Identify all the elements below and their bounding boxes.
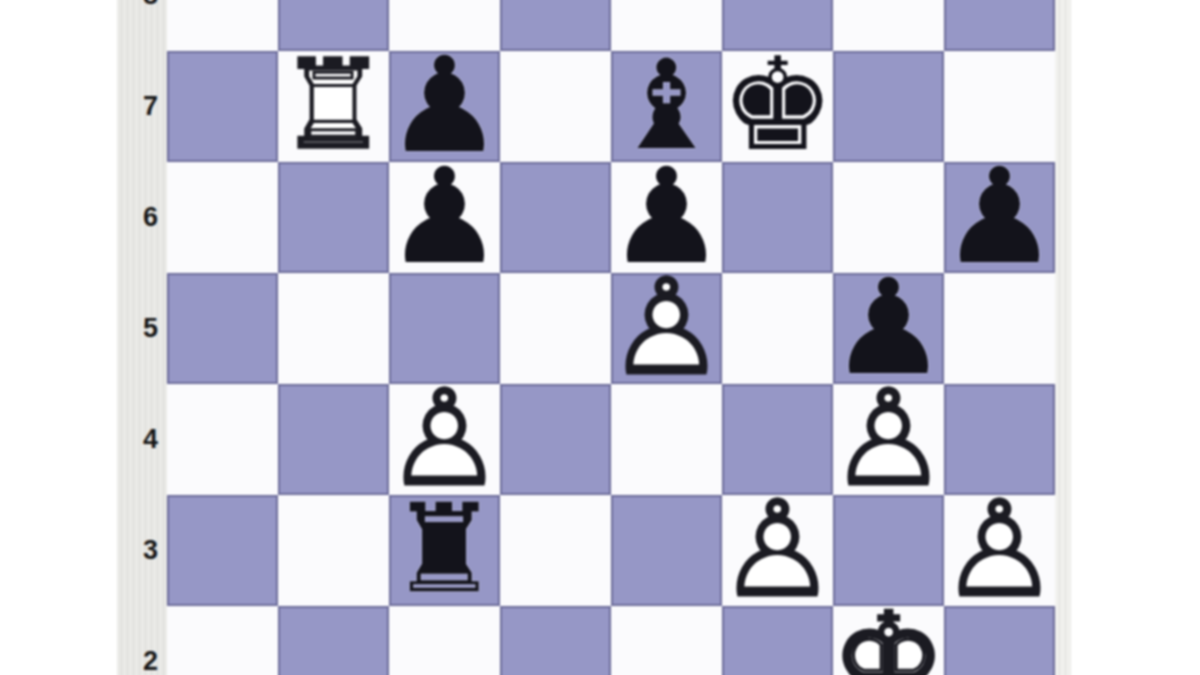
chess-board: ♜♖♟♝♚♟♟♟♟♙♟♟♙♟♙♜♟♙♟♙♚♔ <box>167 0 1055 675</box>
square-a7[interactable] <box>167 51 278 162</box>
square-d7[interactable] <box>500 51 611 162</box>
square-c3[interactable]: ♜ <box>389 495 500 606</box>
square-a8[interactable] <box>167 0 278 51</box>
square-b7[interactable]: ♜♖ <box>278 51 389 162</box>
square-c2[interactable] <box>389 606 500 675</box>
black-king[interactable]: ♚ <box>720 43 835 171</box>
square-e5[interactable]: ♟♙ <box>611 273 722 384</box>
rank-label-5: 5 <box>117 273 167 384</box>
square-e3[interactable] <box>611 495 722 606</box>
white-pawn[interactable]: ♟♙ <box>607 263 725 395</box>
square-a4[interactable] <box>167 384 278 495</box>
black-pawn-glyph: ♟ <box>385 150 503 282</box>
white-pawn[interactable]: ♟♙ <box>829 374 947 506</box>
white-king-outline-glyph: ♔ <box>831 596 946 675</box>
square-b2[interactable] <box>278 606 389 675</box>
white-king[interactable]: ♚♔ <box>831 598 946 675</box>
white-pawn-outline-glyph: ♙ <box>718 483 836 615</box>
square-f7[interactable]: ♚ <box>722 51 833 162</box>
square-a5[interactable] <box>167 273 278 384</box>
square-d5[interactable] <box>500 273 611 384</box>
rank-label-strip: 87654321 <box>117 0 167 675</box>
square-h3[interactable]: ♟♙ <box>944 495 1055 606</box>
square-g2[interactable]: ♚♔ <box>833 606 944 675</box>
rank-label-3: 3 <box>117 495 167 606</box>
square-g4[interactable]: ♟♙ <box>833 384 944 495</box>
black-pawn[interactable]: ♟ <box>385 152 503 284</box>
square-h5[interactable] <box>944 273 1055 384</box>
white-pawn[interactable]: ♟♙ <box>940 485 1058 617</box>
square-e4[interactable] <box>611 384 722 495</box>
white-rook[interactable]: ♜♖ <box>279 46 388 168</box>
square-d4[interactable] <box>500 384 611 495</box>
square-b6[interactable] <box>278 162 389 273</box>
square-f2[interactable] <box>722 606 833 675</box>
white-pawn-outline-glyph: ♙ <box>940 483 1058 615</box>
square-d8[interactable] <box>500 0 611 51</box>
black-pawn[interactable]: ♟ <box>940 152 1058 284</box>
square-f6[interactable] <box>722 162 833 273</box>
square-b5[interactable] <box>278 273 389 384</box>
square-g7[interactable] <box>833 51 944 162</box>
black-king-glyph: ♚ <box>720 41 835 169</box>
square-h2[interactable] <box>944 606 1055 675</box>
white-rook-outline-glyph: ♖ <box>279 44 388 166</box>
white-pawn[interactable]: ♟♙ <box>718 485 836 617</box>
square-d2[interactable] <box>500 606 611 675</box>
square-a2[interactable] <box>167 606 278 675</box>
rank-label-6: 6 <box>117 162 167 273</box>
square-a3[interactable] <box>167 495 278 606</box>
square-b3[interactable] <box>278 495 389 606</box>
square-c6[interactable]: ♟ <box>389 162 500 273</box>
white-pawn-outline-glyph: ♙ <box>607 261 725 393</box>
square-d3[interactable] <box>500 495 611 606</box>
square-f5[interactable] <box>722 273 833 384</box>
chess-board-graphic: 87654321 ♜♖♟♝♚♟♟♟♟♙♟♟♙♟♙♜♟♙♟♙♚♔ <box>117 0 1071 675</box>
square-f3[interactable]: ♟♙ <box>722 495 833 606</box>
square-h6[interactable]: ♟ <box>944 162 1055 273</box>
black-rook-glyph: ♜ <box>390 488 499 610</box>
square-d6[interactable] <box>500 162 611 273</box>
square-b4[interactable] <box>278 384 389 495</box>
rank-label-4: 4 <box>117 384 167 495</box>
white-pawn-outline-glyph: ♙ <box>829 372 947 504</box>
black-pawn-glyph: ♟ <box>940 150 1058 282</box>
square-a6[interactable] <box>167 162 278 273</box>
black-rook[interactable]: ♜ <box>390 490 499 612</box>
rank-label-8: 8 <box>117 0 167 51</box>
square-e2[interactable] <box>611 606 722 675</box>
rank-label-2: 2 <box>117 606 167 675</box>
rank-label-7: 7 <box>117 51 167 162</box>
square-g8[interactable] <box>833 0 944 51</box>
square-h8[interactable] <box>944 0 1055 51</box>
page-background: 87654321 ♜♖♟♝♚♟♟♟♟♙♟♟♙♟♙♜♟♙♟♙♚♔ <box>0 0 1200 675</box>
